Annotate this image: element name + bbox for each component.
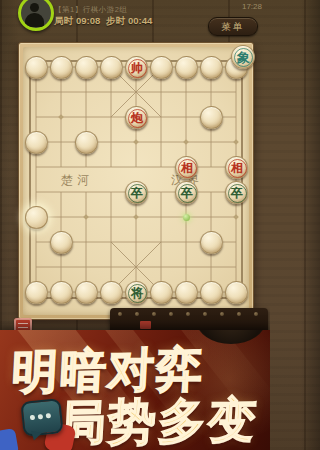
piece-hidden[interactable]	[200, 56, 223, 79]
piece-glyph: 卒	[228, 184, 247, 203]
piece-hidden[interactable]	[200, 106, 223, 129]
piece-black-将[interactable]: 将	[125, 281, 148, 304]
emote-piece-glyph: 象	[234, 48, 253, 67]
piece-glyph: 将	[128, 284, 147, 303]
piece-hidden[interactable]	[200, 281, 223, 304]
system-clock: 17:28	[242, 2, 262, 11]
move-time-label: 步时	[106, 15, 125, 26]
timer-line: 局时09:08 步时00:44	[54, 15, 155, 28]
piece-hidden[interactable]	[75, 281, 98, 304]
drawer-stud	[203, 312, 207, 316]
piece-red-帅[interactable]: 帅	[125, 56, 148, 79]
piece-hidden[interactable]	[50, 56, 73, 79]
drawer-stud	[152, 312, 156, 316]
drawer-stud	[254, 312, 258, 316]
piece-red-相[interactable]: 相	[225, 156, 248, 179]
piece-red-炮[interactable]: 炮	[125, 106, 148, 129]
chat-dot	[30, 415, 35, 420]
piece-black-卒[interactable]: 卒	[125, 181, 148, 204]
chat-bubble-icon[interactable]	[20, 398, 63, 437]
avatar-person-icon	[30, 3, 39, 12]
move-time-value: 00:44	[128, 15, 152, 26]
piece-red-相[interactable]: 相	[175, 156, 198, 179]
piece-hidden[interactable]	[150, 281, 173, 304]
piece-glyph: 炮	[128, 109, 147, 128]
drawer-stud	[237, 312, 241, 316]
piece-glyph: 相	[178, 159, 197, 178]
piece-hidden[interactable]	[100, 56, 123, 79]
piece-hidden[interactable]	[25, 281, 48, 304]
chat-dot	[38, 414, 43, 419]
chat-dot	[46, 413, 51, 418]
drawer-stud	[220, 312, 224, 316]
piece-glyph: 相	[228, 159, 247, 178]
piece-hidden[interactable]	[50, 231, 73, 254]
top-bar: 【第1】行棋小游2组 局时09:08 步时00:44 17:28 菜单	[0, 0, 270, 40]
piece-hidden[interactable]	[75, 56, 98, 79]
piece-black-卒[interactable]: 卒	[225, 181, 248, 204]
piece-hidden[interactable]	[50, 281, 73, 304]
drawer-red-tag	[140, 321, 151, 329]
game-time-value: 09:08	[76, 15, 100, 26]
piece-hidden[interactable]	[25, 206, 48, 229]
move-hint-dot	[183, 214, 190, 221]
piece-hidden[interactable]	[150, 56, 173, 79]
emote-piece-button[interactable]: 象	[231, 45, 255, 69]
piece-glyph: 卒	[178, 184, 197, 203]
drawer-stud	[169, 312, 173, 316]
drawer-stud	[135, 312, 139, 316]
drawer-stud	[118, 312, 122, 316]
game-time-label: 局时	[54, 15, 73, 26]
piece-hidden[interactable]	[25, 56, 48, 79]
xiangqi-board: 楚河汉界 帅炮相相卒卒卒将	[18, 42, 254, 320]
board-field[interactable]: 楚河汉界 帅炮相相卒卒卒将	[23, 47, 249, 315]
chat-bubble-tail	[29, 431, 42, 442]
piece-hidden[interactable]	[200, 231, 223, 254]
piece-hidden[interactable]	[175, 281, 198, 304]
avatar-person-body	[25, 13, 44, 27]
promo-text-line2: 局势多变	[56, 388, 260, 450]
player-avatar[interactable]	[18, 0, 54, 31]
svg-text:楚河: 楚河	[61, 173, 93, 187]
piece-glyph: 卒	[128, 184, 147, 203]
match-label: 【第1】行棋小游2组	[54, 5, 127, 15]
piece-glyph: 帅	[128, 59, 147, 78]
piece-hidden[interactable]	[75, 131, 98, 154]
menu-button[interactable]: 菜单	[208, 17, 258, 36]
piece-black-卒[interactable]: 卒	[175, 181, 198, 204]
drawer-stud	[186, 312, 190, 316]
piece-hidden[interactable]	[225, 281, 248, 304]
piece-hidden[interactable]	[100, 281, 123, 304]
piece-hidden[interactable]	[25, 131, 48, 154]
piece-hidden[interactable]	[175, 56, 198, 79]
